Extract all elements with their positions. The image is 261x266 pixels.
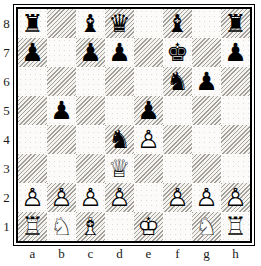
square-c6[interactable] [76,67,105,96]
piece-black-knight-d4: ♞ [105,125,134,154]
square-a5[interactable] [18,96,47,125]
white-piece-outline: ♖ [221,212,250,241]
file-label-c: c [76,246,105,262]
piece-white-pawn-b2: ♟♙ [47,183,76,212]
square-b8[interactable] [47,9,76,38]
piece-black-rook-a8: ♜ [18,9,47,38]
square-g2[interactable]: ♟♙ [192,183,221,212]
square-f6[interactable]: ♞ [163,67,192,96]
piece-white-bishop-c1: ♝♗ [76,212,105,241]
square-f5[interactable] [163,96,192,125]
square-b7[interactable] [47,38,76,67]
square-a1[interactable]: ♜♖ [18,212,47,241]
white-piece-outline: ♔ [134,212,163,241]
square-a7[interactable]: ♟ [18,38,47,67]
square-g4[interactable] [192,125,221,154]
piece-white-rook-h1: ♜♖ [221,212,250,241]
piece-black-pawn-b5: ♟ [47,96,76,125]
square-d8[interactable]: ♛ [105,9,134,38]
square-e7[interactable] [134,38,163,67]
square-h4[interactable] [221,125,250,154]
square-a3[interactable] [18,154,47,183]
white-piece-outline: ♙ [47,183,76,212]
piece-black-pawn-e5: ♟ [134,96,163,125]
white-piece-outline: ♙ [105,183,134,212]
square-e8[interactable] [134,9,163,38]
square-b5[interactable]: ♟ [47,96,76,125]
square-b2[interactable]: ♟♙ [47,183,76,212]
square-c2[interactable]: ♟♙ [76,183,105,212]
piece-black-pawn-a7: ♟ [18,38,47,67]
square-h2[interactable]: ♟♙ [221,183,250,212]
white-piece-outline: ♗ [76,212,105,241]
board-frame: ♜♝♛♝♜♟♟♟♚♟♞♟♟♟♞♟♙♛♕♟♙♟♙♟♙♟♙♟♙♟♙♟♙♜♖♞♘♝♗♚… [13,4,255,246]
square-f1[interactable] [163,212,192,241]
square-g3[interactable] [192,154,221,183]
square-d7[interactable]: ♟ [105,38,134,67]
square-d2[interactable]: ♟♙ [105,183,134,212]
square-g6[interactable]: ♟ [192,67,221,96]
square-a2[interactable]: ♟♙ [18,183,47,212]
piece-white-knight-g1: ♞♘ [192,212,221,241]
square-e3[interactable] [134,154,163,183]
square-e5[interactable]: ♟ [134,96,163,125]
file-label-a: a [18,246,47,262]
rank-label-5: 5 [0,96,13,125]
piece-white-pawn-e4: ♟♙ [134,125,163,154]
piece-black-king-f7: ♚ [163,38,192,67]
file-label-e: e [134,246,163,262]
white-piece-outline: ♕ [105,154,134,183]
square-h6[interactable] [221,67,250,96]
square-d5[interactable] [105,96,134,125]
rank-label-4: 4 [0,125,13,154]
square-b6[interactable] [47,67,76,96]
square-f8[interactable]: ♝ [163,9,192,38]
file-label-h: h [221,246,250,262]
square-g7[interactable] [192,38,221,67]
piece-black-pawn-g6: ♟ [192,67,221,96]
rank-label-6: 6 [0,67,13,96]
white-piece-outline: ♙ [134,125,163,154]
square-c5[interactable] [76,96,105,125]
rank-labels: 87654321 [0,9,13,241]
piece-black-queen-d8: ♛ [105,9,134,38]
white-piece-outline: ♙ [221,183,250,212]
square-d6[interactable] [105,67,134,96]
white-piece-outline: ♙ [163,183,192,212]
square-d4[interactable]: ♞ [105,125,134,154]
rank-label-3: 3 [0,154,13,183]
square-h7[interactable]: ♟ [221,38,250,67]
square-c4[interactable] [76,125,105,154]
square-c3[interactable] [76,154,105,183]
square-c1[interactable]: ♝♗ [76,212,105,241]
white-piece-outline: ♘ [47,212,76,241]
rank-label-8: 8 [0,9,13,38]
piece-black-bishop-f8: ♝ [163,9,192,38]
piece-black-pawn-h7: ♟ [221,38,250,67]
piece-black-pawn-d7: ♟ [105,38,134,67]
square-g5[interactable] [192,96,221,125]
file-label-b: b [47,246,76,262]
file-label-f: f [163,246,192,262]
piece-white-pawn-f2: ♟♙ [163,183,192,212]
square-g8[interactable] [192,9,221,38]
square-h8[interactable]: ♜ [221,9,250,38]
square-h3[interactable] [221,154,250,183]
rank-label-2: 2 [0,183,13,212]
file-label-d: d [105,246,134,262]
board: ♜♝♛♝♜♟♟♟♚♟♞♟♟♟♞♟♙♛♕♟♙♟♙♟♙♟♙♟♙♟♙♟♙♜♖♞♘♝♗♚… [18,9,250,241]
piece-white-pawn-h2: ♟♙ [221,183,250,212]
piece-white-rook-a1: ♜♖ [18,212,47,241]
piece-black-bishop-c8: ♝ [76,9,105,38]
piece-black-rook-h8: ♜ [221,9,250,38]
board-inner-frame: ♜♝♛♝♜♟♟♟♚♟♞♟♟♟♞♟♙♛♕♟♙♟♙♟♙♟♙♟♙♟♙♟♙♜♖♞♘♝♗♚… [16,7,252,243]
square-c8[interactable]: ♝ [76,9,105,38]
piece-white-pawn-g2: ♟♙ [192,183,221,212]
square-b4[interactable] [47,125,76,154]
square-f3[interactable] [163,154,192,183]
piece-white-pawn-d2: ♟♙ [105,183,134,212]
piece-black-pawn-c7: ♟ [76,38,105,67]
piece-white-pawn-c2: ♟♙ [76,183,105,212]
square-a6[interactable] [18,67,47,96]
white-piece-outline: ♖ [18,212,47,241]
square-f2[interactable]: ♟♙ [163,183,192,212]
square-e4[interactable]: ♟♙ [134,125,163,154]
piece-white-king-e1: ♚♔ [134,212,163,241]
file-label-g: g [192,246,221,262]
piece-white-queen-d3: ♛♕ [105,154,134,183]
square-a8[interactable]: ♜ [18,9,47,38]
square-e2[interactable] [134,183,163,212]
white-piece-outline: ♘ [192,212,221,241]
piece-white-pawn-a2: ♟♙ [18,183,47,212]
piece-black-knight-f6: ♞ [163,67,192,96]
square-e6[interactable] [134,67,163,96]
square-b3[interactable] [47,154,76,183]
file-labels: abcdefgh [18,246,250,262]
white-piece-outline: ♙ [192,183,221,212]
square-a4[interactable] [18,125,47,154]
white-piece-outline: ♙ [18,183,47,212]
square-b1[interactable]: ♞♘ [47,212,76,241]
square-h1[interactable]: ♜♖ [221,212,250,241]
square-d3[interactable]: ♛♕ [105,154,134,183]
square-f7[interactable]: ♚ [163,38,192,67]
chess-diagram: 87654321 ♜♝♛♝♜♟♟♟♚♟♞♟♟♟♞♟♙♛♕♟♙♟♙♟♙♟♙♟♙♟♙… [0,0,261,266]
square-c7[interactable]: ♟ [76,38,105,67]
white-piece-outline: ♙ [76,183,105,212]
piece-white-knight-b1: ♞♘ [47,212,76,241]
square-f4[interactable] [163,125,192,154]
rank-label-1: 1 [0,212,13,241]
rank-label-7: 7 [0,38,13,67]
square-d1[interactable] [105,212,134,241]
square-h5[interactable] [221,96,250,125]
square-e1[interactable]: ♚♔ [134,212,163,241]
square-g1[interactable]: ♞♘ [192,212,221,241]
